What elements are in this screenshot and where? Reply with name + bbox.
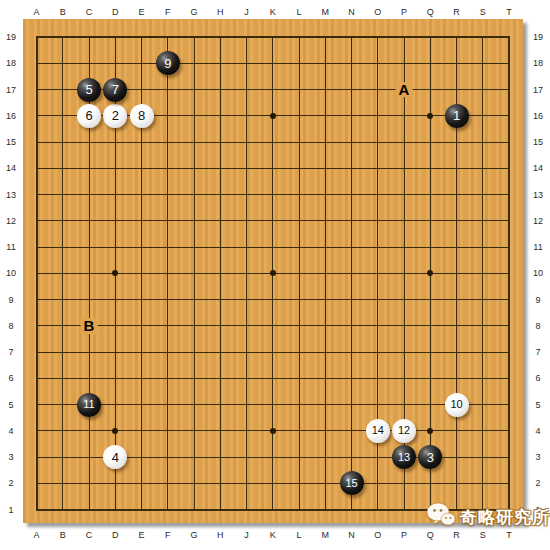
coord-left-5: 5: [8, 400, 13, 410]
coord-bottom-H: H: [217, 530, 224, 540]
coord-bottom-N: N: [348, 530, 355, 540]
stone-white-D16: 2: [103, 104, 127, 128]
move-number: 12: [398, 425, 410, 436]
grid-horizontal-line: [36, 299, 511, 300]
coord-top-A: A: [33, 7, 39, 17]
grid-vertical-line: [351, 36, 352, 511]
coord-bottom-E: E: [138, 530, 144, 540]
stone-white-C16: 6: [77, 104, 101, 128]
coord-left-2: 2: [8, 478, 13, 488]
go-board: 123456789101112131415AB: [23, 19, 523, 523]
coord-top-M: M: [322, 7, 330, 17]
coord-right-3: 3: [535, 452, 540, 462]
coord-right-7: 7: [535, 347, 540, 357]
coord-right-12: 12: [533, 216, 543, 226]
coord-right-14: 14: [533, 163, 543, 173]
coord-top-H: H: [217, 7, 224, 17]
coord-right-9: 9: [535, 295, 540, 305]
coord-right-15: 15: [533, 137, 543, 147]
coord-bottom-M: M: [322, 530, 330, 540]
star-point: [270, 113, 276, 119]
star-point: [427, 428, 433, 434]
move-number: 11: [83, 399, 94, 410]
board-label-A: A: [396, 82, 413, 98]
coord-left-12: 12: [6, 216, 16, 226]
coord-right-19: 19: [533, 32, 543, 42]
grid-horizontal-line: [36, 352, 511, 353]
grid-horizontal-line: [36, 404, 511, 405]
coord-bottom-C: C: [86, 530, 93, 540]
stone-black-Q3: 3: [418, 445, 442, 469]
move-number: 8: [138, 109, 145, 122]
coord-bottom-P: P: [401, 530, 407, 540]
grid-vertical-line: [482, 36, 483, 511]
stone-black-F18: 9: [156, 51, 180, 75]
coord-left-9: 9: [8, 295, 13, 305]
coord-right-11: 11: [533, 242, 542, 252]
coord-bottom-A: A: [33, 530, 39, 540]
coord-right-5: 5: [535, 400, 540, 410]
grid-vertical-line: [299, 36, 300, 511]
watermark-text: 奇略研究所: [460, 506, 550, 529]
grid-horizontal-line: [36, 378, 511, 379]
coord-bottom-B: B: [60, 530, 66, 540]
stone-black-D17: 7: [103, 78, 127, 102]
coord-left-19: 19: [6, 32, 16, 42]
stone-white-E16: 8: [130, 104, 154, 128]
coord-bottom-O: O: [374, 530, 381, 540]
coord-right-2: 2: [535, 478, 540, 488]
move-number: 13: [398, 452, 410, 463]
move-number: 2: [112, 109, 119, 122]
go-diagram-page: 123456789101112131415AB 奇略研究所 AABBCCDDEE…: [0, 0, 550, 550]
coord-top-R: R: [453, 7, 460, 17]
star-point: [270, 428, 276, 434]
coord-top-K: K: [270, 7, 276, 17]
stone-black-C17: 5: [77, 78, 101, 102]
coord-left-6: 6: [8, 373, 13, 383]
move-number: 4: [112, 451, 119, 464]
star-point: [427, 113, 433, 119]
coord-top-D: D: [112, 7, 119, 17]
coord-top-C: C: [86, 7, 93, 17]
coord-left-13: 13: [6, 190, 16, 200]
coord-top-G: G: [190, 7, 197, 17]
coord-left-14: 14: [6, 163, 16, 173]
wechat-logo-icon: [426, 502, 456, 532]
stone-white-D3: 4: [103, 445, 127, 469]
coord-right-10: 10: [533, 268, 543, 278]
stone-black-N2: 15: [340, 471, 364, 495]
coord-right-8: 8: [535, 321, 540, 331]
coord-top-N: N: [348, 7, 355, 17]
watermark: 奇略研究所: [426, 501, 550, 533]
coord-left-15: 15: [6, 137, 16, 147]
coord-bottom-J: J: [244, 530, 249, 540]
move-number: 14: [372, 425, 384, 436]
coord-left-7: 7: [8, 347, 13, 357]
stone-black-R16: 1: [445, 104, 469, 128]
coord-left-10: 10: [6, 268, 16, 278]
coord-top-P: P: [401, 7, 407, 17]
move-number: 10: [450, 399, 462, 410]
coord-right-18: 18: [533, 58, 543, 68]
stone-black-C5: 11: [77, 393, 101, 417]
coord-top-F: F: [165, 7, 171, 17]
coord-right-16: 16: [533, 111, 543, 121]
coord-top-T: T: [506, 7, 512, 17]
coord-left-18: 18: [6, 58, 16, 68]
star-point: [427, 270, 433, 276]
coord-top-L: L: [296, 7, 301, 17]
coord-right-6: 6: [535, 373, 540, 383]
grid-vertical-line: [508, 36, 510, 511]
coord-top-S: S: [480, 7, 486, 17]
move-number: 9: [164, 57, 171, 70]
stone-black-P3: 13: [392, 445, 416, 469]
star-point: [270, 270, 276, 276]
coord-bottom-D: D: [112, 530, 119, 540]
coord-bottom-F: F: [165, 530, 171, 540]
move-number: 15: [345, 478, 357, 489]
star-point: [112, 270, 118, 276]
move-number: 6: [85, 109, 92, 122]
coord-right-13: 13: [533, 190, 543, 200]
coord-left-1: 1: [8, 505, 13, 515]
coord-left-11: 11: [6, 242, 15, 252]
coord-top-J: J: [244, 7, 249, 17]
coord-bottom-K: K: [270, 530, 276, 540]
move-number: 7: [112, 83, 119, 96]
coord-left-16: 16: [6, 111, 16, 121]
coord-left-3: 3: [8, 452, 13, 462]
coord-top-O: O: [374, 7, 381, 17]
coord-right-17: 17: [533, 85, 543, 95]
stone-white-R5: 10: [445, 393, 469, 417]
stone-white-O4: 14: [366, 419, 390, 443]
coord-left-8: 8: [8, 321, 13, 331]
coord-bottom-G: G: [190, 530, 197, 540]
grid-vertical-line: [325, 36, 326, 511]
stone-white-P4: 12: [392, 419, 416, 443]
coord-right-4: 4: [535, 426, 540, 436]
board-label-B: B: [81, 318, 98, 334]
move-number: 3: [427, 451, 434, 464]
grid-horizontal-line: [36, 483, 511, 484]
coord-top-Q: Q: [427, 7, 434, 17]
coord-left-4: 4: [8, 426, 13, 436]
coord-top-E: E: [138, 7, 144, 17]
coord-bottom-L: L: [296, 530, 301, 540]
coord-left-17: 17: [6, 85, 16, 95]
move-number: 1: [453, 109, 460, 122]
star-point: [112, 428, 118, 434]
move-number: 5: [85, 83, 92, 96]
grid-horizontal-line: [36, 325, 511, 326]
coord-top-B: B: [60, 7, 66, 17]
